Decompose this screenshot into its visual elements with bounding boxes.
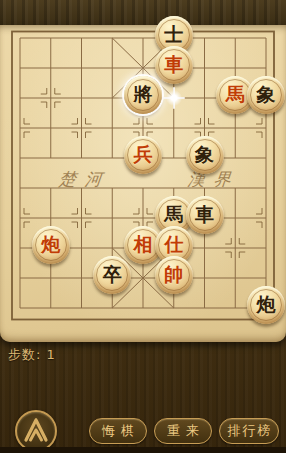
piece-character: 炮 <box>41 235 60 254</box>
piece-character: 象 <box>257 85 276 104</box>
piece-black[interactable]: 卒 <box>93 256 131 294</box>
piece-character: 車 <box>164 55 183 74</box>
piece-character: 馬 <box>226 85 245 104</box>
river-label-left: 楚河 <box>49 168 121 190</box>
piece-character: 將 <box>134 85 153 104</box>
piece-red[interactable]: 炮 <box>32 226 70 264</box>
piece-character: 士 <box>164 25 183 44</box>
piece-black[interactable]: 炮 <box>247 286 285 324</box>
leaderboard-button[interactable]: 排行榜 <box>219 418 279 444</box>
top-wood-strip <box>0 0 286 25</box>
piece-red[interactable]: 帥 <box>155 256 193 294</box>
piece-character: 象 <box>195 145 214 164</box>
piece-black[interactable]: 車 <box>186 196 224 234</box>
piece-red[interactable]: 車 <box>155 46 193 84</box>
piece-black[interactable]: 將 <box>124 76 162 114</box>
restart-button[interactable]: 重来 <box>154 418 212 444</box>
piece-character: 馬 <box>164 205 183 224</box>
piece-character: 帥 <box>164 265 183 284</box>
bottom-wood-strip <box>0 447 286 453</box>
piece-character: 車 <box>195 205 214 224</box>
piece-character: 兵 <box>134 145 153 164</box>
undo-button[interactable]: 悔棋 <box>89 418 147 444</box>
piece-black[interactable]: 象 <box>186 136 224 174</box>
piece-black[interactable]: 象 <box>247 76 285 114</box>
move-counter: 步数: 1 <box>8 346 56 364</box>
piece-character: 仕 <box>164 235 183 254</box>
last-move-sparkle <box>166 90 182 106</box>
app-screen: 楚河 漢界 士車將馬象兵象馬車炮相仕卒帥炮 步数: 1 悔棋 重来 排行榜 <box>0 0 286 453</box>
chevron-up-icon <box>17 412 55 450</box>
piece-red[interactable]: 兵 <box>124 136 162 174</box>
piece-character: 相 <box>134 235 153 254</box>
piece-character: 卒 <box>103 265 122 284</box>
piece-character: 炮 <box>257 295 276 314</box>
chevron-up-button[interactable] <box>15 410 57 452</box>
xiangqi-board[interactable]: 楚河 漢界 士車將馬象兵象馬車炮相仕卒帥炮 <box>0 25 286 342</box>
